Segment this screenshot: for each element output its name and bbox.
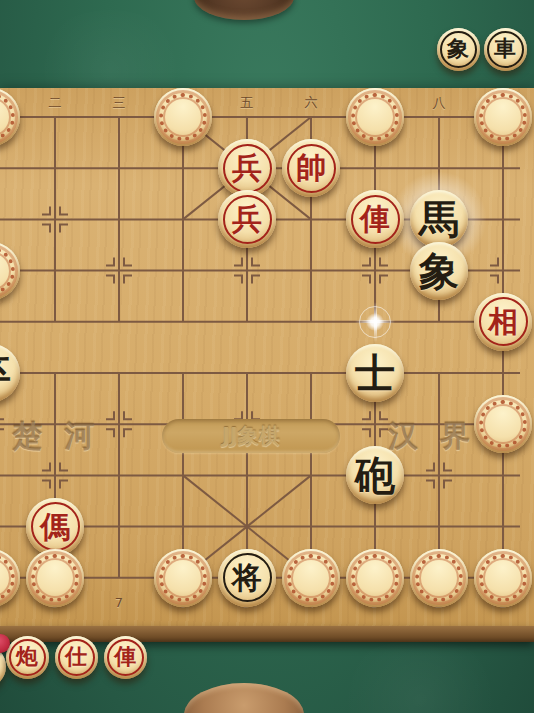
- piece-face-down[interactable]: [346, 549, 404, 607]
- piece-bowl-top: [194, 0, 294, 20]
- piece-face-down[interactable]: [154, 549, 212, 607]
- piece-red-相[interactable]: 相: [474, 293, 532, 351]
- captured-piece-俥: 俥: [104, 636, 147, 679]
- game-screen: { "game": "xiangqi-jieqi-dark-chess", "a…: [0, 0, 534, 713]
- piece-red-俥[interactable]: 俥: [346, 190, 404, 248]
- piece-black-将[interactable]: 将: [218, 549, 276, 607]
- piece-face-down[interactable]: [474, 395, 532, 453]
- file-label-top: 二: [49, 94, 62, 112]
- piece-face-down[interactable]: [282, 549, 340, 607]
- facedown-ring-pattern: [479, 400, 527, 448]
- piece-red-兵[interactable]: 兵: [218, 190, 276, 248]
- piece-red-帥[interactable]: 帥: [282, 139, 340, 197]
- file-label-bottom: 7: [115, 595, 123, 610]
- facedown-ring-pattern: [159, 554, 207, 602]
- facedown-ring-pattern: [159, 93, 207, 141]
- facedown-ring-pattern: [351, 554, 399, 602]
- piece-face-down[interactable]: [346, 88, 404, 146]
- piece-face-down[interactable]: [474, 549, 532, 607]
- piece-face-down[interactable]: [26, 549, 84, 607]
- captured-piece-炮: 炮: [6, 636, 49, 679]
- piece-bowl-bottom: [184, 683, 304, 713]
- piece-face-down[interactable]: [474, 88, 532, 146]
- facedown-ring-pattern: [415, 554, 463, 602]
- piece-black-馬[interactable]: 馬: [410, 190, 468, 248]
- piece-face-down[interactable]: [154, 88, 212, 146]
- captured-piece-仕: 仕: [55, 636, 98, 679]
- piece-black-砲[interactable]: 砲: [346, 446, 404, 504]
- facedown-ring-pattern: [351, 93, 399, 141]
- facedown-ring-pattern: [0, 554, 15, 602]
- facedown-ring-pattern: [31, 554, 79, 602]
- file-label-top: 六: [305, 94, 318, 112]
- river-text-chu-he: 楚河: [12, 416, 116, 457]
- facedown-ring-pattern: [0, 93, 15, 141]
- piece-black-士[interactable]: 士: [346, 344, 404, 402]
- jj-xiangqi-logo-plaque: JJ象棋: [162, 419, 340, 453]
- facedown-ring-pattern: [287, 554, 335, 602]
- facedown-ring-pattern: [0, 247, 15, 295]
- file-label-top: 五: [241, 94, 254, 112]
- file-label-top: 八: [433, 94, 446, 112]
- facedown-ring-pattern: [479, 93, 527, 141]
- captured-piece-車: 車: [484, 28, 527, 71]
- file-label-top: 三: [113, 94, 126, 112]
- captured-piece-象: 象: [437, 28, 480, 71]
- felt-swirl: [330, 640, 510, 713]
- xiangqi-board[interactable]: 一二三四五六七八九 987654321 楚河 汉界 JJ象棋 兵帥兵俥馬象相卒士…: [0, 88, 534, 628]
- piece-face-down[interactable]: [410, 549, 468, 607]
- piece-red-兵[interactable]: 兵: [218, 139, 276, 197]
- logo-text: JJ象棋: [222, 422, 280, 450]
- piece-black-象[interactable]: 象: [410, 242, 468, 300]
- piece-red-傌[interactable]: 傌: [26, 498, 84, 556]
- facedown-ring-pattern: [479, 554, 527, 602]
